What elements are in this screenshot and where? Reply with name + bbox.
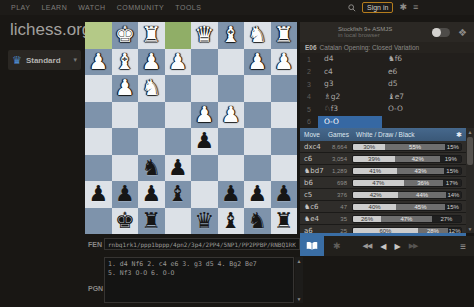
sign-in-button[interactable]: Sign in <box>362 2 393 13</box>
square-c4[interactable]: ♟ <box>218 102 245 129</box>
move-number: 2 <box>300 68 318 75</box>
black-rook[interactable]: ♜ <box>271 208 298 235</box>
square-g6[interactable] <box>112 155 139 182</box>
square-d5[interactable]: ♟ <box>191 128 218 155</box>
square-a3[interactable] <box>271 75 298 102</box>
move-black[interactable]: e6 <box>382 66 472 79</box>
move-navigation: ◀◀ ◀ ▶ ▶▶ <box>363 242 418 251</box>
move-row: 5♘f3O-O <box>300 103 474 116</box>
square-c6[interactable] <box>218 155 245 182</box>
wdb-bar: 41%43%15% <box>352 167 462 175</box>
draw-seg: 42% <box>395 156 440 162</box>
fen-label: FEN <box>88 241 102 248</box>
square-e3[interactable] <box>165 75 192 102</box>
opening-explorer-toggle-button[interactable] <box>300 236 324 256</box>
explorer-row[interactable]: a62560%28%12% <box>300 225 466 233</box>
square-a1[interactable]: ♜ <box>271 22 298 49</box>
square-g5[interactable] <box>112 128 139 155</box>
explorer-move[interactable]: ♞bd7 <box>300 167 326 175</box>
square-b2[interactable]: ♟ <box>244 49 271 76</box>
white-pawn[interactable]: ♟ <box>271 49 298 76</box>
square-g3[interactable]: ♟ <box>112 75 139 102</box>
black-seg: 19% <box>440 156 461 162</box>
black-pawn[interactable]: ♟ <box>85 181 112 208</box>
black-knight[interactable]: ♞ <box>138 155 165 182</box>
square-f1[interactable]: ♜ <box>138 22 165 49</box>
pgn-textarea[interactable]: 1. d4 Nf6 2. c4 e6 3. g3 d5 4. Bg2 Be7 5… <box>104 257 294 303</box>
square-h3[interactable] <box>85 75 112 102</box>
black-seg: 14% <box>446 192 461 198</box>
move-list: 1d4♞f62c4e63g3d54♗g2♝e75♘f3O-O6O-O <box>300 53 474 128</box>
move-white[interactable]: g3 <box>318 78 382 91</box>
white-knight[interactable]: ♞ <box>244 22 271 49</box>
white-seg: 39% <box>353 156 395 162</box>
explorer-move[interactable]: ♞e4 <box>300 215 326 223</box>
square-a5[interactable] <box>271 128 298 155</box>
black-pawn[interactable]: ♟ <box>244 181 271 208</box>
move-number: 5 <box>300 106 318 113</box>
square-e5[interactable] <box>165 128 192 155</box>
square-c5[interactable] <box>218 128 245 155</box>
move-row: 3g3d5 <box>300 78 474 91</box>
white-knight[interactable]: ♞ <box>138 75 165 102</box>
lichess-analysis-page: PLAY LEARN WATCH COMMUNITY TOOLS Sign in… <box>0 0 474 307</box>
white-seg: 26% <box>353 216 381 222</box>
move-black[interactable]: O-O <box>382 103 472 116</box>
explorer-row[interactable]: c63,05439%42%19% <box>300 153 466 165</box>
move-white[interactable]: c4 <box>318 66 382 79</box>
square-e4[interactable] <box>165 102 192 129</box>
square-h2[interactable]: ♟ <box>85 49 112 76</box>
square-d3[interactable] <box>191 75 218 102</box>
square-f6[interactable]: ♞ <box>138 155 165 182</box>
square-c3[interactable] <box>218 75 245 102</box>
variant-label: Standard <box>26 56 61 65</box>
square-e1[interactable] <box>165 22 192 49</box>
wdb-bar: 30%55%15% <box>352 143 462 151</box>
top-navbar: PLAY LEARN WATCH COMMUNITY TOOLS Sign in… <box>0 0 474 15</box>
square-h5[interactable] <box>85 128 112 155</box>
move-white[interactable]: ♘f3 <box>318 103 382 116</box>
explorer-config-icon[interactable]: ✱ <box>333 241 341 251</box>
engine-bar: Stockfish 9+ ASMJS in local browser ❖ <box>300 22 474 42</box>
move-black[interactable]: d5 <box>382 78 472 91</box>
wdb-bar: 40%45%15% <box>352 203 462 211</box>
wdb-bar: 47%36%17% <box>352 179 462 187</box>
move-number: 4 <box>300 93 318 100</box>
move-row: 4♗g2♝e7 <box>300 91 474 104</box>
square-d8[interactable]: ♛ <box>191 208 218 235</box>
white-pawn[interactable]: ♟ <box>165 49 192 76</box>
draw-seg: 55% <box>385 144 444 150</box>
square-b4[interactable] <box>244 102 271 129</box>
black-king[interactable]: ♚ <box>112 208 139 235</box>
book-icon <box>306 241 318 251</box>
scrollbar-thumb[interactable] <box>467 137 473 165</box>
black-seg: 15% <box>445 144 461 150</box>
analysis-menu-icon[interactable]: ❖ <box>458 27 467 38</box>
square-b3[interactable] <box>244 75 271 102</box>
next-move-button[interactable]: ▶ <box>394 242 399 251</box>
square-g7[interactable]: ♟ <box>112 181 139 208</box>
square-d6[interactable] <box>191 155 218 182</box>
square-b5[interactable] <box>244 128 271 155</box>
black-seg: 17% <box>443 180 461 186</box>
explorer-row[interactable]: ♞e43526%47%27% <box>300 213 466 225</box>
square-c8[interactable]: ♝ <box>218 208 245 235</box>
square-g1[interactable]: ♚ <box>112 22 139 49</box>
square-b7[interactable]: ♟ <box>244 181 271 208</box>
nav-item-tools[interactable]: TOOLS <box>175 4 201 11</box>
explorer-games: 35 <box>326 216 352 222</box>
engine-description: Stockfish 9+ ASMJS in local browser <box>338 26 392 38</box>
explorer-games: 1,289 <box>326 168 352 174</box>
explorer-move[interactable]: c6 <box>300 155 326 163</box>
black-pawn[interactable]: ♟ <box>271 181 298 208</box>
square-e8[interactable] <box>165 208 192 235</box>
move-white[interactable]: ♗g2 <box>318 91 382 104</box>
black-seg: 27% <box>432 216 461 222</box>
square-b6[interactable] <box>244 155 271 182</box>
black-queen[interactable]: ♛ <box>191 208 218 235</box>
black-seg: 15% <box>444 168 461 174</box>
last-move-button[interactable]: ▶▶ <box>409 242 418 250</box>
white-king[interactable]: ♚ <box>112 22 139 49</box>
square-h7[interactable]: ♟ <box>85 181 112 208</box>
explorer-row[interactable]: ♞c64740%45%15% <box>300 201 466 213</box>
draw-seg: 36% <box>404 180 443 186</box>
move-black[interactable]: ♝e7 <box>382 91 472 104</box>
move-white[interactable]: d4 <box>318 53 382 66</box>
square-e6[interactable]: ♟ <box>165 155 192 182</box>
wdb-bar: 39%42%19% <box>352 155 462 163</box>
explorer-games: 376 <box>326 192 352 198</box>
square-c2[interactable] <box>218 49 245 76</box>
toolbar-menu-icon[interactable]: ≡ <box>460 241 466 252</box>
nav-item-watch[interactable]: WATCH <box>78 4 105 11</box>
black-pawn[interactable]: ♟ <box>218 181 245 208</box>
engine-toggle[interactable] <box>432 28 450 37</box>
square-c7[interactable]: ♟ <box>218 181 245 208</box>
white-seg: 41% <box>353 168 397 174</box>
draw-seg: 47% <box>381 216 432 222</box>
square-f3[interactable]: ♞ <box>138 75 165 102</box>
square-h1[interactable] <box>85 22 112 49</box>
square-c1[interactable]: ♝ <box>218 22 245 49</box>
square-g4[interactable] <box>112 102 139 129</box>
white-pawn[interactable]: ♟ <box>112 75 139 102</box>
fen-input[interactable] <box>104 238 300 250</box>
square-d7[interactable] <box>191 181 218 208</box>
white-seg: 47% <box>353 180 404 186</box>
black-seg: 15% <box>445 204 461 210</box>
move-black[interactable] <box>382 116 472 129</box>
square-a6[interactable] <box>271 155 298 182</box>
explorer-settings-icon[interactable]: ✱ <box>456 131 462 139</box>
pgn-scrollbar[interactable]: ▲ ▼ <box>295 257 303 303</box>
square-f5[interactable] <box>138 128 165 155</box>
square-a2[interactable]: ♟ <box>271 49 298 76</box>
move-black[interactable]: ♞f6 <box>382 53 472 66</box>
draw-seg: 44% <box>398 192 446 198</box>
crown-icon: ♛ <box>12 54 22 67</box>
black-rook[interactable]: ♜ <box>138 208 165 235</box>
white-pawn[interactable]: ♟ <box>244 49 271 76</box>
square-g8[interactable]: ♚ <box>112 208 139 235</box>
square-d2[interactable] <box>191 49 218 76</box>
move-number: 1 <box>300 56 318 63</box>
white-rook[interactable]: ♜ <box>271 22 298 49</box>
gear-icon[interactable]: ✱ <box>399 0 407 15</box>
square-e2[interactable]: ♟ <box>165 49 192 76</box>
draw-seg: 43% <box>397 168 443 174</box>
square-g2[interactable]: ♝ <box>112 49 139 76</box>
move-row: 1d4♞f6 <box>300 53 474 66</box>
explorer-header-wdb: White / Draw / Black <box>356 131 415 138</box>
white-pawn[interactable]: ♟ <box>191 102 218 129</box>
explorer-scrollbar[interactable]: ▲ ▼ <box>466 128 474 233</box>
explorer-header-games: Games <box>328 131 356 138</box>
square-a8[interactable]: ♜ <box>271 208 298 235</box>
scroll-down-icon[interactable]: ▼ <box>468 226 473 232</box>
toggle-knob <box>432 28 441 37</box>
square-h4[interactable] <box>85 102 112 129</box>
explorer-move[interactable]: ♞c6 <box>300 203 326 211</box>
variant-selector[interactable]: ♛ Standard ▾ <box>8 50 81 70</box>
explorer-games: 698 <box>326 180 352 186</box>
scroll-down-icon[interactable]: ▼ <box>297 296 302 302</box>
square-a7[interactable]: ♟ <box>271 181 298 208</box>
black-pawn[interactable]: ♟ <box>191 128 218 155</box>
scroll-up-icon[interactable]: ▲ <box>468 129 473 135</box>
explorer-table: dxc48,66430%55%15%c63,05439%42%19%♞bd71,… <box>300 141 466 233</box>
square-b1[interactable]: ♞ <box>244 22 271 49</box>
explorer-move[interactable]: b6 <box>300 179 326 187</box>
chess-board[interactable]: ♚♜♛♝♞♜♟♝♟♟♟♟♟♞♟♟♟♞♟♟♟♟♝♟♟♟♚♜♛♝♞♜ <box>85 22 297 234</box>
explorer-move[interactable]: c5 <box>300 191 326 199</box>
white-pawn[interactable]: ♟ <box>138 49 165 76</box>
white-bishop[interactable]: ♝ <box>218 22 245 49</box>
square-h8[interactable] <box>85 208 112 235</box>
square-f8[interactable]: ♜ <box>138 208 165 235</box>
black-pawn[interactable]: ♟ <box>165 155 192 182</box>
explorer-games: 47 <box>326 204 352 210</box>
black-pawn[interactable]: ♟ <box>138 181 165 208</box>
black-bishop[interactable]: ♝ <box>165 181 192 208</box>
move-white[interactable]: O-O <box>318 116 382 129</box>
square-h6[interactable] <box>85 155 112 182</box>
square-d1[interactable]: ♛ <box>191 22 218 49</box>
explorer-row[interactable]: ♞bd71,28941%43%15% <box>300 165 466 177</box>
square-e7[interactable]: ♝ <box>165 181 192 208</box>
square-b8[interactable]: ♞ <box>244 208 271 235</box>
explorer-row[interactable]: dxc48,66430%55%15% <box>300 141 466 153</box>
search-icon[interactable] <box>348 4 356 12</box>
explorer-games: 3,054 <box>326 156 352 162</box>
topbar-right-cluster: Sign in ✱ ≡ <box>348 0 418 15</box>
explorer-row[interactable]: b669847%36%17% <box>300 177 466 189</box>
hamburger-menu-icon[interactable]: ≡ <box>413 0 418 15</box>
explorer-move[interactable]: dxc4 <box>300 143 326 151</box>
explorer-header-move: Move <box>300 131 328 138</box>
wdb-bar: 42%44%14% <box>352 191 462 199</box>
opening-eco: E06 <box>305 44 317 51</box>
analysis-toolbar: ✱ ◀◀ ◀ ▶ ▶▶ ≡ <box>300 236 474 256</box>
nav-item-community[interactable]: COMMUNITY <box>117 4 165 11</box>
white-pawn[interactable]: ♟ <box>85 49 112 76</box>
square-f2[interactable]: ♟ <box>138 49 165 76</box>
explorer-header: Move Games White / Draw / Black ✱ <box>300 128 466 141</box>
white-seg: 40% <box>353 204 396 210</box>
previous-move-button[interactable]: ◀ <box>380 242 385 251</box>
nav-item-learn[interactable]: LEARN <box>41 4 67 11</box>
square-d4[interactable]: ♟ <box>191 102 218 129</box>
white-queen[interactable]: ♛ <box>191 22 218 49</box>
square-f4[interactable] <box>138 102 165 129</box>
move-row: 2c4e6 <box>300 66 474 79</box>
white-seg: 42% <box>353 192 398 198</box>
opening-bar: E06 Catalan Opening: Closed Variation <box>300 42 474 53</box>
engine-location: in local browser <box>338 32 392 38</box>
white-pawn[interactable]: ♟ <box>218 102 245 129</box>
square-f7[interactable]: ♟ <box>138 181 165 208</box>
opening-name: Catalan Opening: Closed Variation <box>320 44 420 51</box>
white-seg: 30% <box>353 144 385 150</box>
move-number: 3 <box>300 81 318 88</box>
first-move-button[interactable]: ◀◀ <box>363 242 372 250</box>
lichess-logo[interactable]: lichess.org <box>10 20 91 40</box>
black-pawn[interactable]: ♟ <box>112 181 139 208</box>
scroll-up-icon[interactable]: ▲ <box>297 258 302 264</box>
draw-seg: 45% <box>396 204 445 210</box>
wdb-bar: 26%47%27% <box>352 215 462 223</box>
move-number: 6 <box>300 118 318 125</box>
explorer-games: 8,664 <box>326 144 352 150</box>
black-bishop[interactable]: ♝ <box>218 208 245 235</box>
square-a4[interactable] <box>271 102 298 129</box>
white-bishop[interactable]: ♝ <box>112 49 139 76</box>
move-row: 6O-O <box>300 116 474 129</box>
explorer-row[interactable]: c537642%44%14% <box>300 189 466 201</box>
black-knight[interactable]: ♞ <box>244 208 271 235</box>
nav-item-play[interactable]: PLAY <box>11 4 30 11</box>
white-rook[interactable]: ♜ <box>138 22 165 49</box>
chevron-down-icon: ▾ <box>73 56 77 64</box>
pgn-label: PGN <box>88 285 103 292</box>
